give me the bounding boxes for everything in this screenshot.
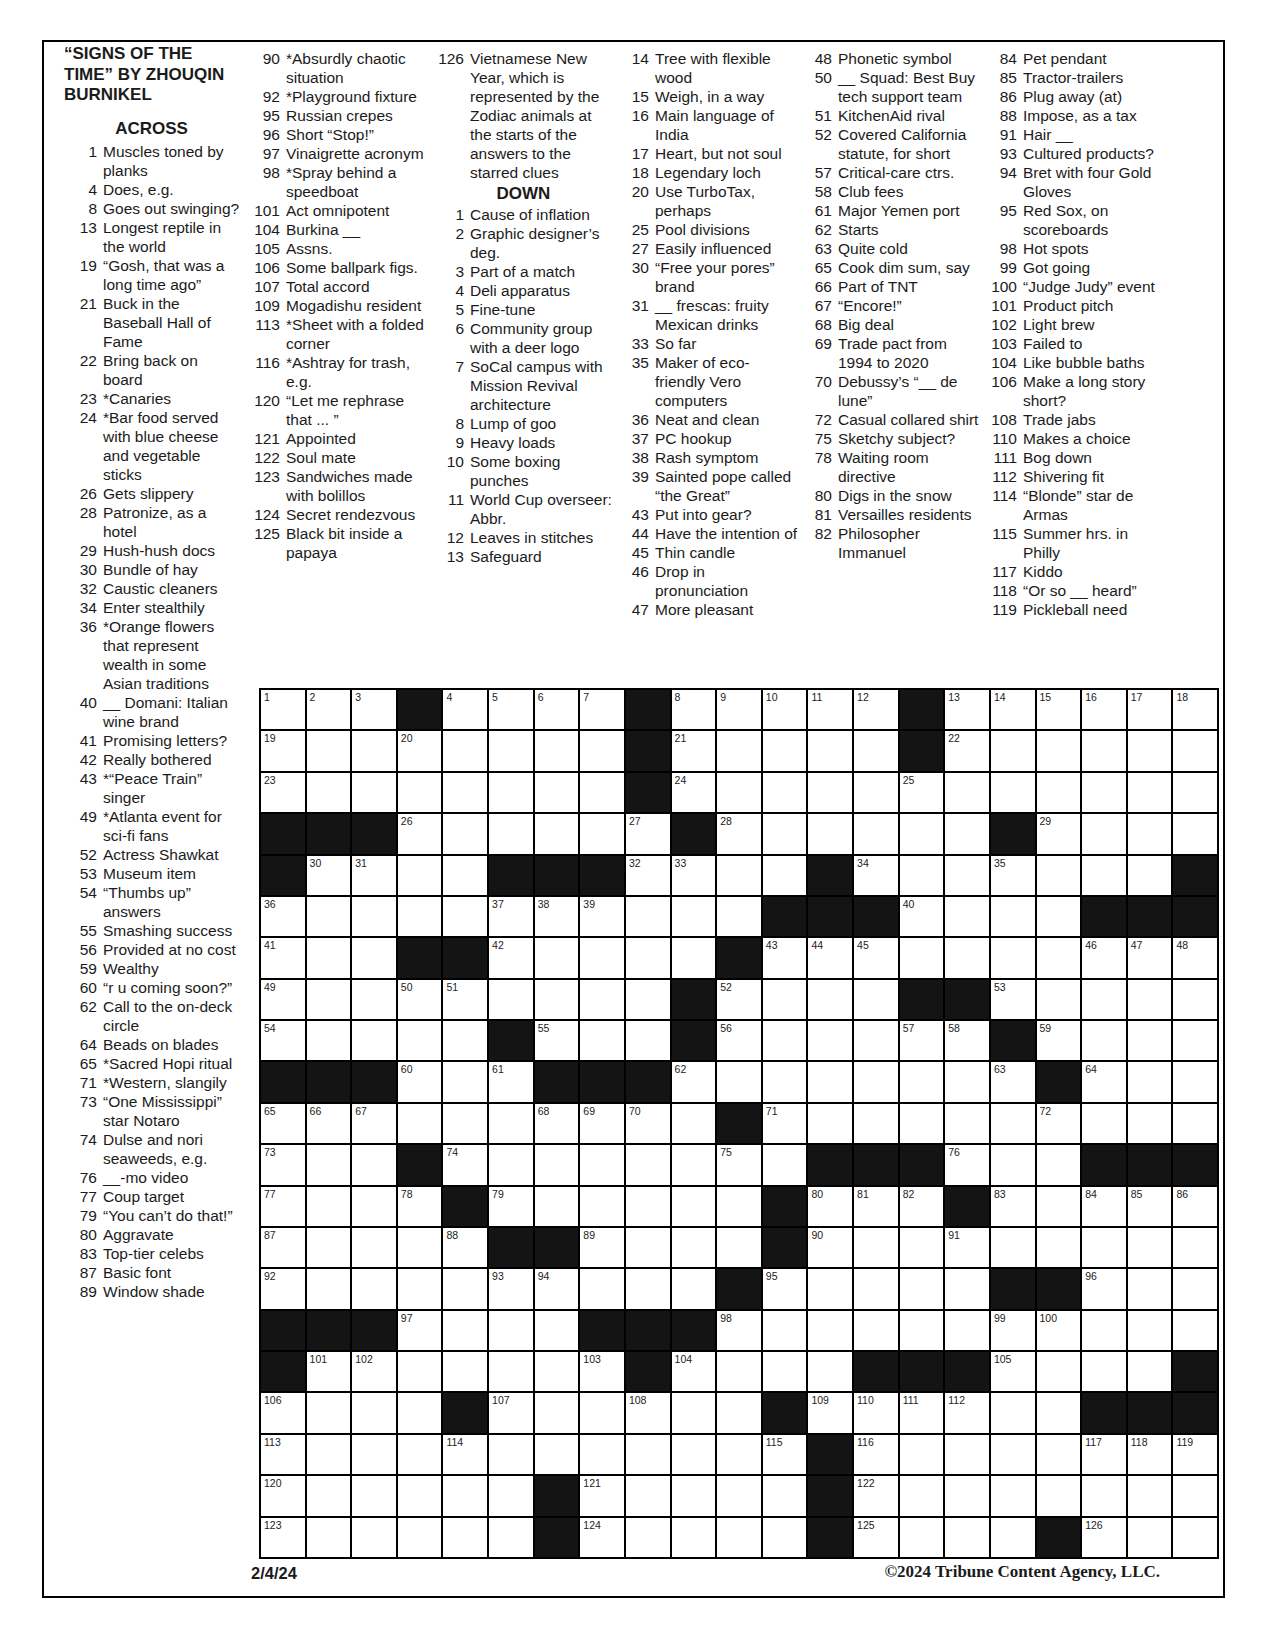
cell-r11c18[interactable]: 72	[1037, 1104, 1081, 1143]
cell-r7c19[interactable]: 46	[1082, 938, 1126, 977]
cell-r17c10[interactable]: 104	[672, 1352, 716, 1391]
cell-r20c8[interactable]: 121	[580, 1476, 624, 1515]
cell-r1c21[interactable]: 18	[1173, 690, 1217, 729]
cell-r6c16[interactable]	[945, 897, 989, 936]
cell-r21c12[interactable]	[763, 1518, 807, 1557]
cell-r17c19[interactable]	[1082, 1352, 1126, 1391]
cell-r6c11[interactable]	[717, 897, 761, 936]
cell-r7c6[interactable]: 42	[489, 938, 533, 977]
cell-r1c1[interactable]: 1	[261, 690, 305, 729]
cell-r17c20[interactable]	[1128, 1352, 1172, 1391]
cell-r1c19[interactable]: 16	[1082, 690, 1126, 729]
cell-r3c13[interactable]	[808, 773, 852, 812]
cell-r3c17[interactable]	[991, 773, 1035, 812]
cell-r5c20[interactable]	[1128, 856, 1172, 895]
cell-r11c7[interactable]: 68	[535, 1104, 579, 1143]
cell-r13c13[interactable]: 80	[808, 1187, 852, 1226]
cell-r4c15[interactable]	[900, 814, 944, 853]
cell-r15c9[interactable]	[626, 1269, 670, 1308]
cell-r16c12[interactable]	[763, 1311, 807, 1350]
cell-r9c19[interactable]	[1082, 1021, 1126, 1060]
cell-r20c9[interactable]	[626, 1476, 670, 1515]
cell-r14c18[interactable]	[1037, 1228, 1081, 1267]
cell-r18c11[interactable]	[717, 1393, 761, 1432]
cell-r18c13[interactable]: 109	[808, 1393, 852, 1432]
cell-r12c9[interactable]	[626, 1145, 670, 1184]
cell-r2c13[interactable]	[808, 731, 852, 770]
cell-r19c1[interactable]: 113	[261, 1435, 305, 1474]
cell-r1c16[interactable]: 13	[945, 690, 989, 729]
cell-r18c4[interactable]	[398, 1393, 442, 1432]
cell-r16c5[interactable]	[443, 1311, 487, 1350]
cell-r3c10[interactable]: 24	[672, 773, 716, 812]
cell-r5c19[interactable]	[1082, 856, 1126, 895]
cell-r11c16[interactable]	[945, 1104, 989, 1143]
cell-r18c6[interactable]: 107	[489, 1393, 533, 1432]
cell-r3c11[interactable]	[717, 773, 761, 812]
cell-r11c4[interactable]	[398, 1104, 442, 1143]
cell-r1c14[interactable]: 12	[854, 690, 898, 729]
cell-r21c16[interactable]	[945, 1518, 989, 1557]
cell-r19c14[interactable]: 116	[854, 1435, 898, 1474]
cell-r5c18[interactable]	[1037, 856, 1081, 895]
cell-r1c8[interactable]: 7	[580, 690, 624, 729]
cell-r9c11[interactable]: 56	[717, 1021, 761, 1060]
cell-r18c14[interactable]: 110	[854, 1393, 898, 1432]
cell-r14c13[interactable]: 90	[808, 1228, 852, 1267]
cell-r9c18[interactable]: 59	[1037, 1021, 1081, 1060]
cell-r13c4[interactable]: 78	[398, 1187, 442, 1226]
cell-r5c10[interactable]: 33	[672, 856, 716, 895]
cell-r21c6[interactable]	[489, 1518, 533, 1557]
cell-r10c6[interactable]: 61	[489, 1062, 533, 1101]
cell-r6c15[interactable]: 40	[900, 897, 944, 936]
cell-r16c13[interactable]	[808, 1311, 852, 1350]
cell-r5c9[interactable]: 32	[626, 856, 670, 895]
cell-r15c4[interactable]	[398, 1269, 442, 1308]
cell-r6c17[interactable]	[991, 897, 1035, 936]
cell-r14c5[interactable]: 88	[443, 1228, 487, 1267]
cell-r21c15[interactable]	[900, 1518, 944, 1557]
cell-r3c3[interactable]	[352, 773, 396, 812]
cell-r5c4[interactable]	[398, 856, 442, 895]
cell-r20c10[interactable]	[672, 1476, 716, 1515]
cell-r7c9[interactable]	[626, 938, 670, 977]
cell-r9c13[interactable]	[808, 1021, 852, 1060]
cell-r7c12[interactable]: 43	[763, 938, 807, 977]
cell-r20c19[interactable]	[1082, 1476, 1126, 1515]
cell-r10c16[interactable]	[945, 1062, 989, 1101]
cell-r5c11[interactable]	[717, 856, 761, 895]
cell-r6c9[interactable]	[626, 897, 670, 936]
cell-r18c8[interactable]	[580, 1393, 624, 1432]
cell-r1c5[interactable]: 4	[443, 690, 487, 729]
cell-r5c17[interactable]: 35	[991, 856, 1035, 895]
cell-r8c5[interactable]: 51	[443, 980, 487, 1019]
cell-r11c2[interactable]: 66	[307, 1104, 351, 1143]
cell-r4c14[interactable]	[854, 814, 898, 853]
cell-r8c3[interactable]	[352, 980, 396, 1019]
cell-r4c11[interactable]: 28	[717, 814, 761, 853]
cell-r12c3[interactable]	[352, 1145, 396, 1184]
cell-r15c6[interactable]: 93	[489, 1269, 533, 1308]
cell-r13c6[interactable]: 79	[489, 1187, 533, 1226]
cell-r3c20[interactable]	[1128, 773, 1172, 812]
cell-r1c10[interactable]: 8	[672, 690, 716, 729]
cell-r14c14[interactable]	[854, 1228, 898, 1267]
cell-r9c15[interactable]: 57	[900, 1021, 944, 1060]
cell-r7c8[interactable]	[580, 938, 624, 977]
cell-r15c7[interactable]: 94	[535, 1269, 579, 1308]
cell-r11c17[interactable]	[991, 1104, 1035, 1143]
cell-r13c11[interactable]	[717, 1187, 761, 1226]
cell-r7c10[interactable]	[672, 938, 716, 977]
cell-r4c19[interactable]	[1082, 814, 1126, 853]
cell-r3c21[interactable]	[1173, 773, 1217, 812]
cell-r21c20[interactable]	[1128, 1518, 1172, 1557]
cell-r11c12[interactable]: 71	[763, 1104, 807, 1143]
cell-r5c3[interactable]: 31	[352, 856, 396, 895]
cell-r7c3[interactable]	[352, 938, 396, 977]
cell-r5c16[interactable]	[945, 856, 989, 895]
cell-r3c15[interactable]: 25	[900, 773, 944, 812]
cell-r10c13[interactable]	[808, 1062, 852, 1101]
cell-r8c7[interactable]	[535, 980, 579, 1019]
cell-r20c17[interactable]	[991, 1476, 1035, 1515]
cell-r9c16[interactable]: 58	[945, 1021, 989, 1060]
cell-r10c4[interactable]: 60	[398, 1062, 442, 1101]
cell-r12c18[interactable]	[1037, 1145, 1081, 1184]
cell-r2c1[interactable]: 19	[261, 731, 305, 770]
cell-r19c18[interactable]	[1037, 1435, 1081, 1474]
cell-r19c8[interactable]	[580, 1435, 624, 1474]
cell-r1c3[interactable]: 3	[352, 690, 396, 729]
cell-r6c6[interactable]: 37	[489, 897, 533, 936]
cell-r6c7[interactable]: 38	[535, 897, 579, 936]
cell-r14c11[interactable]	[717, 1228, 761, 1267]
cell-r8c18[interactable]	[1037, 980, 1081, 1019]
cell-r6c5[interactable]	[443, 897, 487, 936]
cell-r7c20[interactable]: 47	[1128, 938, 1172, 977]
cell-r4c16[interactable]	[945, 814, 989, 853]
cell-r13c18[interactable]	[1037, 1187, 1081, 1226]
cell-r7c17[interactable]	[991, 938, 1035, 977]
cell-r20c1[interactable]: 120	[261, 1476, 305, 1515]
cell-r2c7[interactable]	[535, 731, 579, 770]
cell-r6c2[interactable]	[307, 897, 351, 936]
cell-r1c20[interactable]: 17	[1128, 690, 1172, 729]
cell-r19c6[interactable]	[489, 1435, 533, 1474]
cell-r2c2[interactable]	[307, 731, 351, 770]
cell-r7c18[interactable]	[1037, 938, 1081, 977]
cell-r21c8[interactable]: 124	[580, 1518, 624, 1557]
cell-r8c1[interactable]: 49	[261, 980, 305, 1019]
cell-r18c7[interactable]	[535, 1393, 579, 1432]
cell-r19c3[interactable]	[352, 1435, 396, 1474]
cell-r7c15[interactable]	[900, 938, 944, 977]
cell-r2c18[interactable]	[1037, 731, 1081, 770]
cell-r16c19[interactable]	[1082, 1311, 1126, 1350]
cell-r2c11[interactable]	[717, 731, 761, 770]
cell-r14c9[interactable]	[626, 1228, 670, 1267]
cell-r13c20[interactable]: 85	[1128, 1187, 1172, 1226]
cell-r14c2[interactable]	[307, 1228, 351, 1267]
cell-r10c10[interactable]: 62	[672, 1062, 716, 1101]
cell-r18c9[interactable]: 108	[626, 1393, 670, 1432]
cell-r21c14[interactable]: 125	[854, 1518, 898, 1557]
cell-r15c14[interactable]	[854, 1269, 898, 1308]
cell-r17c11[interactable]	[717, 1352, 761, 1391]
cell-r11c21[interactable]	[1173, 1104, 1217, 1143]
cell-r16c21[interactable]	[1173, 1311, 1217, 1350]
cell-r2c12[interactable]	[763, 731, 807, 770]
cell-r5c15[interactable]	[900, 856, 944, 895]
cell-r12c1[interactable]: 73	[261, 1145, 305, 1184]
cell-r13c9[interactable]	[626, 1187, 670, 1226]
cell-r20c20[interactable]	[1128, 1476, 1172, 1515]
cell-r5c2[interactable]: 30	[307, 856, 351, 895]
cell-r13c1[interactable]: 77	[261, 1187, 305, 1226]
cell-r8c8[interactable]	[580, 980, 624, 1019]
cell-r10c17[interactable]: 63	[991, 1062, 1035, 1101]
cell-r19c16[interactable]	[945, 1435, 989, 1474]
cell-r18c18[interactable]	[1037, 1393, 1081, 1432]
cell-r15c1[interactable]: 92	[261, 1269, 305, 1308]
cell-r14c17[interactable]	[991, 1228, 1035, 1267]
cell-r4c7[interactable]	[535, 814, 579, 853]
cell-r19c15[interactable]	[900, 1435, 944, 1474]
cell-r3c1[interactable]: 23	[261, 773, 305, 812]
cell-r7c2[interactable]	[307, 938, 351, 977]
cell-r13c14[interactable]: 81	[854, 1187, 898, 1226]
cell-r14c19[interactable]	[1082, 1228, 1126, 1267]
cell-r8c19[interactable]	[1082, 980, 1126, 1019]
cell-r1c13[interactable]: 11	[808, 690, 852, 729]
cell-r3c5[interactable]	[443, 773, 487, 812]
cell-r12c5[interactable]: 74	[443, 1145, 487, 1184]
cell-r12c11[interactable]: 75	[717, 1145, 761, 1184]
cell-r11c14[interactable]	[854, 1104, 898, 1143]
cell-r11c8[interactable]: 69	[580, 1104, 624, 1143]
cell-r17c3[interactable]: 102	[352, 1352, 396, 1391]
cell-r12c12[interactable]	[763, 1145, 807, 1184]
cell-r15c8[interactable]	[580, 1269, 624, 1308]
cell-r17c6[interactable]	[489, 1352, 533, 1391]
cell-r2c14[interactable]	[854, 731, 898, 770]
cell-r8c13[interactable]	[808, 980, 852, 1019]
cell-r2c21[interactable]	[1173, 731, 1217, 770]
cell-r19c11[interactable]	[717, 1435, 761, 1474]
cell-r2c10[interactable]: 21	[672, 731, 716, 770]
cell-r10c19[interactable]: 64	[1082, 1062, 1126, 1101]
cell-r4c5[interactable]	[443, 814, 487, 853]
cell-r19c10[interactable]	[672, 1435, 716, 1474]
cell-r9c1[interactable]: 54	[261, 1021, 305, 1060]
cell-r3c14[interactable]	[854, 773, 898, 812]
cell-r18c10[interactable]	[672, 1393, 716, 1432]
cell-r14c20[interactable]	[1128, 1228, 1172, 1267]
cell-r14c4[interactable]	[398, 1228, 442, 1267]
cell-r2c4[interactable]: 20	[398, 731, 442, 770]
cell-r2c3[interactable]	[352, 731, 396, 770]
cell-r16c6[interactable]	[489, 1311, 533, 1350]
cell-r16c4[interactable]: 97	[398, 1311, 442, 1350]
cell-r7c16[interactable]	[945, 938, 989, 977]
cell-r8c21[interactable]	[1173, 980, 1217, 1019]
cell-r20c16[interactable]	[945, 1476, 989, 1515]
cell-r20c6[interactable]	[489, 1476, 533, 1515]
cell-r9c2[interactable]	[307, 1021, 351, 1060]
cell-r20c11[interactable]	[717, 1476, 761, 1515]
cell-r15c10[interactable]	[672, 1269, 716, 1308]
cell-r1c2[interactable]: 2	[307, 690, 351, 729]
cell-r13c21[interactable]: 86	[1173, 1187, 1217, 1226]
cell-r17c18[interactable]	[1037, 1352, 1081, 1391]
cell-r5c5[interactable]	[443, 856, 487, 895]
cell-r21c1[interactable]: 123	[261, 1518, 305, 1557]
cell-r17c8[interactable]: 103	[580, 1352, 624, 1391]
cell-r9c8[interactable]	[580, 1021, 624, 1060]
cell-r16c11[interactable]: 98	[717, 1311, 761, 1350]
cell-r13c10[interactable]	[672, 1187, 716, 1226]
cell-r5c12[interactable]	[763, 856, 807, 895]
cell-r15c16[interactable]	[945, 1269, 989, 1308]
cell-r5c14[interactable]: 34	[854, 856, 898, 895]
cell-r9c5[interactable]	[443, 1021, 487, 1060]
cell-r11c15[interactable]	[900, 1104, 944, 1143]
cell-r13c2[interactable]	[307, 1187, 351, 1226]
cell-r3c6[interactable]	[489, 773, 533, 812]
cell-r20c21[interactable]	[1173, 1476, 1217, 1515]
cell-r4c8[interactable]	[580, 814, 624, 853]
cell-r15c5[interactable]	[443, 1269, 487, 1308]
cell-r6c1[interactable]: 36	[261, 897, 305, 936]
cell-r20c18[interactable]	[1037, 1476, 1081, 1515]
cell-r2c19[interactable]	[1082, 731, 1126, 770]
cell-r18c3[interactable]	[352, 1393, 396, 1432]
cell-r10c5[interactable]	[443, 1062, 487, 1101]
cell-r20c5[interactable]	[443, 1476, 487, 1515]
cell-r17c2[interactable]: 101	[307, 1352, 351, 1391]
cell-r14c10[interactable]	[672, 1228, 716, 1267]
cell-r4c20[interactable]	[1128, 814, 1172, 853]
cell-r1c18[interactable]: 15	[1037, 690, 1081, 729]
cell-r21c4[interactable]	[398, 1518, 442, 1557]
cell-r11c19[interactable]	[1082, 1104, 1126, 1143]
cell-r21c19[interactable]: 126	[1082, 1518, 1126, 1557]
cell-r4c4[interactable]: 26	[398, 814, 442, 853]
cell-r17c7[interactable]	[535, 1352, 579, 1391]
cell-r15c2[interactable]	[307, 1269, 351, 1308]
cell-r8c17[interactable]: 53	[991, 980, 1035, 1019]
cell-r9c21[interactable]	[1173, 1021, 1217, 1060]
cell-r6c3[interactable]	[352, 897, 396, 936]
cell-r2c5[interactable]	[443, 731, 487, 770]
cell-r11c5[interactable]	[443, 1104, 487, 1143]
cell-r21c10[interactable]	[672, 1518, 716, 1557]
cell-r8c4[interactable]: 50	[398, 980, 442, 1019]
cell-r4c6[interactable]	[489, 814, 533, 853]
cell-r20c4[interactable]	[398, 1476, 442, 1515]
cell-r14c1[interactable]: 87	[261, 1228, 305, 1267]
cell-r15c3[interactable]	[352, 1269, 396, 1308]
cell-r14c21[interactable]	[1173, 1228, 1217, 1267]
cell-r6c8[interactable]: 39	[580, 897, 624, 936]
cell-r19c21[interactable]: 119	[1173, 1435, 1217, 1474]
cell-r1c11[interactable]: 9	[717, 690, 761, 729]
cell-r1c6[interactable]: 5	[489, 690, 533, 729]
cell-r20c3[interactable]	[352, 1476, 396, 1515]
cell-r19c2[interactable]	[307, 1435, 351, 1474]
cell-r13c8[interactable]	[580, 1187, 624, 1226]
cell-r15c21[interactable]	[1173, 1269, 1217, 1308]
cell-r19c4[interactable]	[398, 1435, 442, 1474]
cell-r21c11[interactable]	[717, 1518, 761, 1557]
cell-r10c11[interactable]	[717, 1062, 761, 1101]
cell-r21c17[interactable]	[991, 1518, 1035, 1557]
cell-r10c15[interactable]	[900, 1062, 944, 1101]
cell-r11c3[interactable]: 67	[352, 1104, 396, 1143]
cell-r7c1[interactable]: 41	[261, 938, 305, 977]
cell-r16c15[interactable]	[900, 1311, 944, 1350]
cell-r4c18[interactable]: 29	[1037, 814, 1081, 853]
cell-r14c16[interactable]: 91	[945, 1228, 989, 1267]
cell-r12c17[interactable]	[991, 1145, 1035, 1184]
cell-r20c12[interactable]	[763, 1476, 807, 1515]
cell-r13c19[interactable]: 84	[1082, 1187, 1126, 1226]
cell-r13c17[interactable]: 83	[991, 1187, 1035, 1226]
cell-r19c19[interactable]: 117	[1082, 1435, 1126, 1474]
cell-r8c9[interactable]	[626, 980, 670, 1019]
cell-r17c5[interactable]	[443, 1352, 487, 1391]
cell-r20c14[interactable]: 122	[854, 1476, 898, 1515]
cell-r3c8[interactable]	[580, 773, 624, 812]
cell-r16c7[interactable]	[535, 1311, 579, 1350]
cell-r12c10[interactable]	[672, 1145, 716, 1184]
cell-r9c14[interactable]	[854, 1021, 898, 1060]
cell-r2c17[interactable]	[991, 731, 1035, 770]
cell-r15c19[interactable]: 96	[1082, 1269, 1126, 1308]
cell-r9c12[interactable]	[763, 1021, 807, 1060]
cell-r17c13[interactable]	[808, 1352, 852, 1391]
cell-r11c10[interactable]	[672, 1104, 716, 1143]
cell-r15c15[interactable]	[900, 1269, 944, 1308]
cell-r17c12[interactable]	[763, 1352, 807, 1391]
cell-r4c21[interactable]	[1173, 814, 1217, 853]
cell-r10c12[interactable]	[763, 1062, 807, 1101]
cell-r13c7[interactable]	[535, 1187, 579, 1226]
cell-r8c6[interactable]	[489, 980, 533, 1019]
cell-r21c2[interactable]	[307, 1518, 351, 1557]
cell-r16c16[interactable]	[945, 1311, 989, 1350]
cell-r6c18[interactable]	[1037, 897, 1081, 936]
cell-r7c13[interactable]: 44	[808, 938, 852, 977]
cell-r19c9[interactable]	[626, 1435, 670, 1474]
cell-r19c20[interactable]: 118	[1128, 1435, 1172, 1474]
cell-r18c2[interactable]	[307, 1393, 351, 1432]
cell-r21c9[interactable]	[626, 1518, 670, 1557]
cell-r9c4[interactable]	[398, 1021, 442, 1060]
cell-r13c3[interactable]	[352, 1187, 396, 1226]
cell-r3c19[interactable]	[1082, 773, 1126, 812]
cell-r6c10[interactable]	[672, 897, 716, 936]
cell-r10c21[interactable]	[1173, 1062, 1217, 1101]
cell-r8c12[interactable]	[763, 980, 807, 1019]
cell-r6c4[interactable]	[398, 897, 442, 936]
cell-r21c5[interactable]	[443, 1518, 487, 1557]
cell-r11c9[interactable]: 70	[626, 1104, 670, 1143]
cell-r18c15[interactable]: 111	[900, 1393, 944, 1432]
